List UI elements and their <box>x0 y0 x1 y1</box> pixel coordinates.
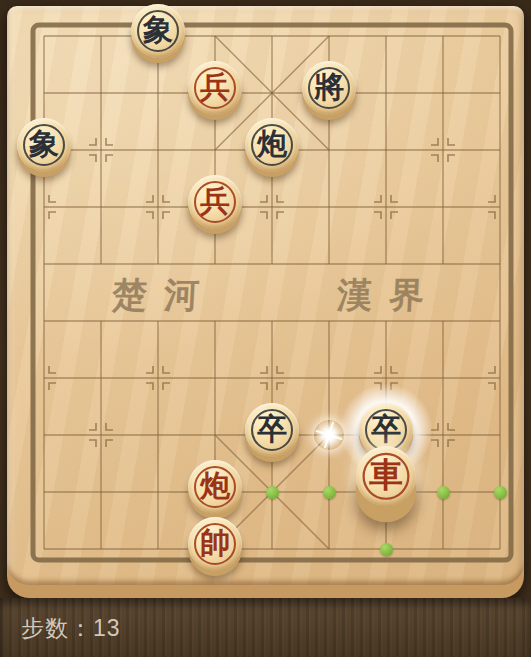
last-move-sparkle <box>314 420 344 450</box>
piece-black-elephant[interactable]: 象 <box>131 4 185 58</box>
piece-glyph: 將 <box>314 72 344 102</box>
move-hint-dot[interactable] <box>494 486 507 499</box>
piece-glyph: 卒 <box>371 414 401 444</box>
river-label-left: 楚河 <box>111 272 217 319</box>
piece-black-soldier[interactable]: 卒 <box>245 403 299 457</box>
piece-black-cannon[interactable]: 炮 <box>245 118 299 172</box>
piece-glyph: 象 <box>143 15 173 45</box>
piece-glyph: 象 <box>29 129 59 159</box>
piece-black-elephant[interactable]: 象 <box>17 118 71 172</box>
piece-glyph: 車 <box>369 458 403 492</box>
piece-glyph: 帥 <box>200 528 230 558</box>
piece-black-general[interactable]: 將 <box>302 61 356 115</box>
piece-red-general[interactable]: 帥 <box>188 517 242 571</box>
river-label-right: 漢界 <box>336 272 442 319</box>
piece-red-soldier[interactable]: 兵 <box>188 61 242 115</box>
piece-red-soldier[interactable]: 兵 <box>188 175 242 229</box>
piece-glyph: 兵 <box>200 186 230 216</box>
piece-glyph: 炮 <box>257 129 287 159</box>
move-counter: 步数：13 <box>21 612 121 643</box>
status-bar: 步数：13 <box>0 598 531 657</box>
move-hint-dot[interactable] <box>437 486 450 499</box>
board <box>7 6 524 598</box>
move-hint-dot[interactable] <box>266 486 279 499</box>
xiangqi-app: 楚河 漢界 象兵將象炮兵卒卒炮帥車 步数：13 <box>0 0 531 657</box>
piece-red-cannon[interactable]: 炮 <box>188 460 242 514</box>
piece-glyph: 兵 <box>200 72 230 102</box>
piece-glyph: 卒 <box>257 414 287 444</box>
move-hint-dot[interactable] <box>323 486 336 499</box>
piece-glyph: 炮 <box>200 471 230 501</box>
move-hint-dot[interactable] <box>380 543 393 556</box>
piece-red-chariot[interactable]: 車 <box>356 446 416 506</box>
